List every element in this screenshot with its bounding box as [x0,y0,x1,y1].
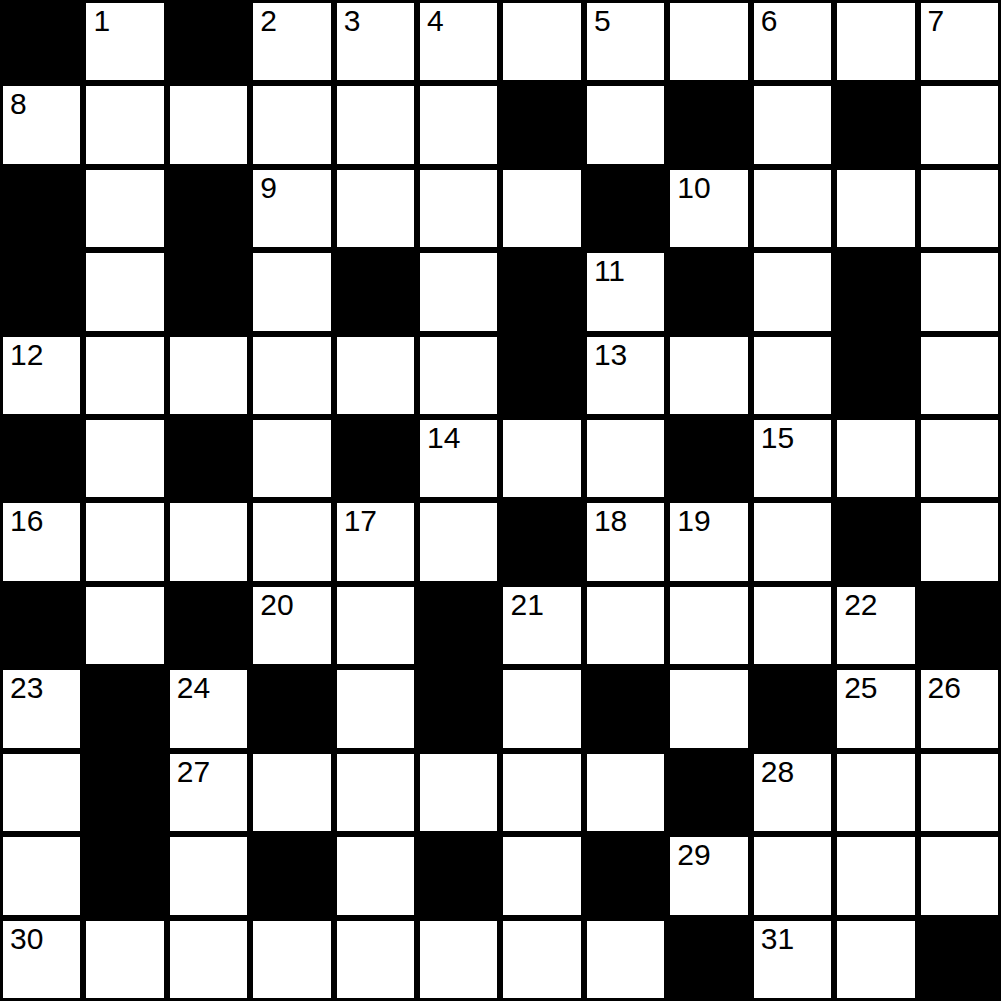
clue-number-16: 16 [10,506,43,536]
black-cell-r7c2 [170,587,247,664]
white-cell-r11c5[interactable] [420,921,497,998]
white-cell-r0c11[interactable]: 7 [921,3,998,80]
white-cell-r10c11[interactable] [921,837,998,914]
black-cell-r6c10 [837,503,914,580]
black-cell-r8c3 [253,670,330,747]
white-cell-r7c6[interactable]: 21 [503,587,580,664]
black-cell-r5c4 [337,420,414,497]
black-cell-r4c10 [837,337,914,414]
clue-number-27: 27 [177,757,210,787]
white-cell-r0c1[interactable]: 1 [86,3,163,80]
white-cell-r11c0[interactable]: 30 [3,921,80,998]
white-cell-r8c6[interactable] [503,670,580,747]
white-cell-r6c11[interactable] [921,503,998,580]
white-cell-r8c2[interactable]: 24 [170,670,247,747]
white-cell-r9c0[interactable] [3,754,80,831]
white-cell-r10c9[interactable] [754,837,831,914]
white-cell-r5c5[interactable]: 14 [420,420,497,497]
white-cell-r10c10[interactable] [837,837,914,914]
white-cell-r9c4[interactable] [337,754,414,831]
clue-number-14: 14 [427,423,460,453]
clue-number-7: 7 [928,6,945,36]
white-cell-r4c11[interactable] [921,337,998,414]
white-cell-r2c11[interactable] [921,170,998,247]
white-cell-r3c7[interactable]: 11 [587,253,664,330]
black-cell-r11c11 [921,921,998,998]
black-cell-r7c11 [921,587,998,664]
white-cell-r11c3[interactable] [253,921,330,998]
black-cell-r11c8 [670,921,747,998]
clue-number-6: 6 [761,6,778,36]
white-cell-r4c1[interactable] [86,337,163,414]
clue-number-17: 17 [344,506,377,536]
white-cell-r9c9[interactable]: 28 [754,754,831,831]
white-cell-r2c6[interactable] [503,170,580,247]
white-cell-r10c8[interactable]: 29 [670,837,747,914]
clue-number-4: 4 [427,6,444,36]
white-cell-r1c11[interactable] [921,86,998,163]
black-cell-r7c5 [420,587,497,664]
white-cell-r0c5[interactable]: 4 [420,3,497,80]
white-cell-r5c1[interactable] [86,420,163,497]
white-cell-r5c6[interactable] [503,420,580,497]
white-cell-r6c9[interactable] [754,503,831,580]
clue-number-3: 3 [344,6,361,36]
white-cell-r1c7[interactable] [587,86,664,163]
white-cell-r10c2[interactable] [170,837,247,914]
clue-number-13: 13 [594,340,627,370]
white-cell-r8c0[interactable]: 23 [3,670,80,747]
white-cell-r3c3[interactable] [253,253,330,330]
white-cell-r2c8[interactable]: 10 [670,170,747,247]
white-cell-r7c7[interactable] [587,587,664,664]
white-cell-r2c1[interactable] [86,170,163,247]
white-cell-r7c9[interactable] [754,587,831,664]
white-cell-r6c2[interactable] [170,503,247,580]
black-cell-r5c0 [3,420,80,497]
black-cell-r8c9 [754,670,831,747]
white-cell-r0c3[interactable]: 2 [253,3,330,80]
white-cell-r4c7[interactable]: 13 [587,337,664,414]
black-cell-r3c8 [670,253,747,330]
black-cell-r6c6 [503,503,580,580]
white-cell-r7c10[interactable]: 22 [837,587,914,664]
clue-number-12: 12 [10,340,43,370]
white-cell-r9c10[interactable] [837,754,914,831]
white-cell-r4c2[interactable] [170,337,247,414]
black-cell-r3c0 [3,253,80,330]
clue-number-18: 18 [594,506,627,536]
black-cell-r8c7 [587,670,664,747]
white-cell-r3c11[interactable] [921,253,998,330]
white-cell-r9c7[interactable] [587,754,664,831]
white-cell-r5c11[interactable] [921,420,998,497]
white-cell-r9c11[interactable] [921,754,998,831]
black-cell-r0c0 [3,3,80,80]
clue-number-10: 10 [677,173,710,203]
white-cell-r11c9[interactable]: 31 [754,921,831,998]
white-cell-r10c4[interactable] [337,837,414,914]
black-cell-r1c10 [837,86,914,163]
white-cell-r2c5[interactable] [420,170,497,247]
black-cell-r0c2 [170,3,247,80]
white-cell-r7c1[interactable] [86,587,163,664]
white-cell-r2c3[interactable]: 9 [253,170,330,247]
black-cell-r5c8 [670,420,747,497]
white-cell-r5c10[interactable] [837,420,914,497]
black-cell-r10c7 [587,837,664,914]
white-cell-r11c6[interactable] [503,921,580,998]
black-cell-r3c10 [837,253,914,330]
white-cell-r9c5[interactable] [420,754,497,831]
white-cell-r4c0[interactable]: 12 [3,337,80,414]
white-cell-r2c9[interactable] [754,170,831,247]
white-cell-r6c5[interactable] [420,503,497,580]
white-cell-r0c7[interactable]: 5 [587,3,664,80]
clue-number-31: 31 [761,924,794,954]
clue-number-25: 25 [844,673,877,703]
clue-number-21: 21 [510,590,543,620]
clue-number-19: 19 [677,506,710,536]
black-cell-r2c7 [587,170,664,247]
white-cell-r4c9[interactable] [754,337,831,414]
black-cell-r2c0 [3,170,80,247]
white-cell-r9c3[interactable] [253,754,330,831]
clue-number-23: 23 [10,673,43,703]
white-cell-r6c0[interactable]: 16 [3,503,80,580]
black-cell-r8c1 [86,670,163,747]
white-cell-r1c4[interactable] [337,86,414,163]
white-cell-r6c3[interactable] [253,503,330,580]
black-cell-r9c8 [670,754,747,831]
white-cell-r8c10[interactable]: 25 [837,670,914,747]
clue-number-22: 22 [844,590,877,620]
white-cell-r10c6[interactable] [503,837,580,914]
white-cell-r1c0[interactable]: 8 [3,86,80,163]
black-cell-r10c3 [253,837,330,914]
black-cell-r3c4 [337,253,414,330]
clue-number-9: 9 [260,173,277,203]
white-cell-r4c3[interactable] [253,337,330,414]
white-cell-r7c8[interactable] [670,587,747,664]
white-cell-r3c5[interactable] [420,253,497,330]
white-cell-r1c9[interactable] [754,86,831,163]
white-cell-r11c10[interactable] [837,921,914,998]
white-cell-r6c8[interactable]: 19 [670,503,747,580]
black-cell-r3c2 [170,253,247,330]
white-cell-r6c1[interactable] [86,503,163,580]
black-cell-r7c0 [3,587,80,664]
white-cell-r8c11[interactable]: 26 [921,670,998,747]
white-cell-r0c8[interactable] [670,3,747,80]
white-cell-r3c1[interactable] [86,253,163,330]
white-cell-r10c0[interactable] [3,837,80,914]
clue-number-30: 30 [10,924,43,954]
black-cell-r3c6 [503,253,580,330]
white-cell-r1c1[interactable] [86,86,163,163]
white-cell-r0c10[interactable] [837,3,914,80]
white-cell-r11c7[interactable] [587,921,664,998]
white-cell-r11c4[interactable] [337,921,414,998]
white-cell-r2c4[interactable] [337,170,414,247]
white-cell-r2c10[interactable] [837,170,914,247]
white-cell-r6c7[interactable]: 18 [587,503,664,580]
clue-number-5: 5 [594,6,611,36]
clue-number-2: 2 [260,6,277,36]
black-cell-r2c2 [170,170,247,247]
clue-number-15: 15 [761,423,794,453]
clue-number-1: 1 [93,6,110,36]
white-cell-r8c4[interactable] [337,670,414,747]
white-cell-r4c4[interactable] [337,337,414,414]
white-cell-r1c5[interactable] [420,86,497,163]
clue-number-11: 11 [594,256,625,286]
white-cell-r5c3[interactable] [253,420,330,497]
white-cell-r1c2[interactable] [170,86,247,163]
white-cell-r0c4[interactable]: 3 [337,3,414,80]
white-cell-r5c7[interactable] [587,420,664,497]
white-cell-r0c6[interactable] [503,3,580,80]
black-cell-r10c5 [420,837,497,914]
black-cell-r9c1 [86,754,163,831]
black-cell-r1c8 [670,86,747,163]
black-cell-r10c1 [86,837,163,914]
white-cell-r7c4[interactable] [337,587,414,664]
white-cell-r4c5[interactable] [420,337,497,414]
white-cell-r7c3[interactable]: 20 [253,587,330,664]
clue-number-29: 29 [677,840,710,870]
white-cell-r4c8[interactable] [670,337,747,414]
white-cell-r9c6[interactable] [503,754,580,831]
clue-number-8: 8 [10,89,27,119]
clue-number-20: 20 [260,590,293,620]
black-cell-r5c2 [170,420,247,497]
white-cell-r8c8[interactable] [670,670,747,747]
clue-number-28: 28 [761,757,794,787]
clue-number-26: 26 [928,673,961,703]
white-cell-r1c3[interactable] [253,86,330,163]
white-cell-r11c1[interactable] [86,921,163,998]
crossword-grid: 1234567891011121314151617181920212223242… [0,0,1001,1001]
clue-number-24: 24 [177,673,210,703]
white-cell-r9c2[interactable]: 27 [170,754,247,831]
white-cell-r6c4[interactable]: 17 [337,503,414,580]
black-cell-r4c6 [503,337,580,414]
black-cell-r8c5 [420,670,497,747]
white-cell-r11c2[interactable] [170,921,247,998]
white-cell-r0c9[interactable]: 6 [754,3,831,80]
black-cell-r1c6 [503,86,580,163]
white-cell-r5c9[interactable]: 15 [754,420,831,497]
white-cell-r3c9[interactable] [754,253,831,330]
